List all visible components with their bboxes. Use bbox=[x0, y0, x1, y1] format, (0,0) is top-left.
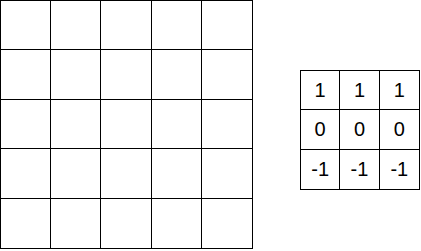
grid-cell: 1 bbox=[301, 71, 340, 110]
grid-cell bbox=[202, 1, 252, 50]
grid-cell bbox=[51, 199, 101, 248]
grid-cell bbox=[152, 1, 202, 50]
grid-cell bbox=[101, 199, 151, 248]
grid-cell: 1 bbox=[380, 71, 419, 110]
grid-cell: 0 bbox=[380, 110, 419, 149]
grid-cell bbox=[51, 50, 101, 99]
grid-cell bbox=[152, 50, 202, 99]
grid-cell bbox=[51, 100, 101, 149]
grid-cell bbox=[101, 100, 151, 149]
diagram-canvas: 111000-1-1-1 bbox=[0, 0, 421, 251]
grid-cell: -1 bbox=[340, 150, 379, 189]
grid-cell bbox=[1, 149, 51, 198]
grid-cell bbox=[152, 149, 202, 198]
grid-cell bbox=[152, 199, 202, 248]
grid-cell bbox=[1, 100, 51, 149]
grid-cell bbox=[152, 100, 202, 149]
grid-cell bbox=[202, 149, 252, 198]
grid-cell: -1 bbox=[380, 150, 419, 189]
grid-cell: -1 bbox=[301, 150, 340, 189]
input-grid-5x5 bbox=[0, 0, 253, 249]
grid-cell bbox=[202, 50, 252, 99]
grid-cell bbox=[51, 149, 101, 198]
grid-cell bbox=[1, 50, 51, 99]
grid-cell: 0 bbox=[301, 110, 340, 149]
grid-cell bbox=[1, 199, 51, 248]
grid-cell bbox=[101, 50, 151, 99]
grid-cell: 1 bbox=[340, 71, 379, 110]
grid-cell bbox=[51, 1, 101, 50]
grid-cell bbox=[101, 149, 151, 198]
grid-cell bbox=[202, 100, 252, 149]
grid-cell bbox=[1, 1, 51, 50]
grid-cell bbox=[202, 199, 252, 248]
grid-cell: 0 bbox=[340, 110, 379, 149]
grid-cell bbox=[101, 1, 151, 50]
kernel-grid-3x3: 111000-1-1-1 bbox=[300, 70, 420, 190]
